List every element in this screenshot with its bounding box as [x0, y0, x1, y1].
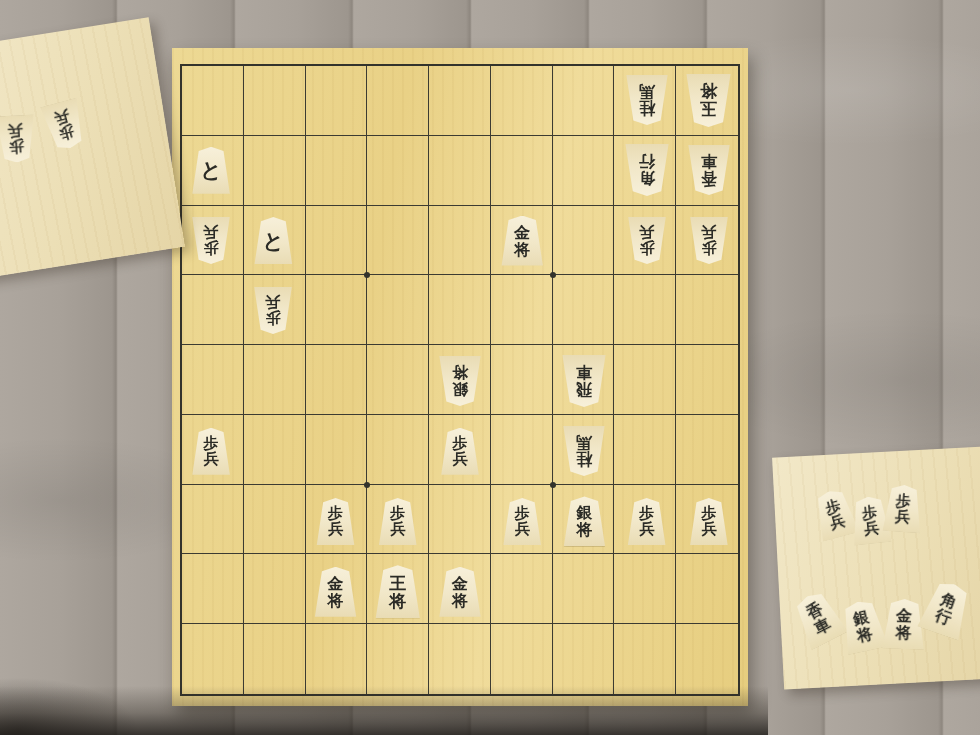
shogi-piece-bishop-inhand[interactable]: 角行 — [916, 577, 976, 641]
piece-kanji: 歩兵 — [204, 435, 219, 467]
star-point — [364, 482, 370, 488]
piece-kanji: 桂馬 — [639, 83, 655, 117]
shogi-piece-pawn-inhand[interactable]: 歩兵 — [0, 115, 37, 164]
piece-kanji: 角行 — [933, 590, 959, 627]
piece-kanji: 金将 — [514, 224, 530, 258]
piece-kanji: 歩兵 — [894, 492, 911, 525]
piece-kanji: 香車 — [804, 600, 834, 638]
square-8h[interactable] — [244, 554, 306, 624]
piece-kanji: 歩兵 — [515, 505, 530, 537]
piece-kanji: 香車 — [701, 153, 717, 187]
piece-kanji: と — [263, 230, 285, 252]
square-8b[interactable] — [244, 136, 306, 206]
square-1d[interactable] — [676, 275, 738, 345]
piece-kanji: 桂馬 — [576, 434, 592, 468]
square-9d[interactable] — [182, 275, 244, 345]
piece-kanji: 王将 — [389, 574, 406, 610]
square-4e[interactable] — [491, 345, 553, 415]
piece-kanji: 歩兵 — [701, 225, 716, 257]
piece-kanji: 歩兵 — [390, 505, 405, 537]
star-point — [550, 272, 556, 278]
square-1i[interactable] — [676, 624, 738, 694]
square-2e[interactable] — [614, 345, 676, 415]
square-1e[interactable] — [676, 345, 738, 415]
square-5d[interactable] — [429, 275, 491, 345]
square-7f[interactable] — [306, 415, 368, 485]
square-4f[interactable] — [491, 415, 553, 485]
square-5b[interactable] — [429, 136, 491, 206]
square-2h[interactable] — [614, 554, 676, 624]
square-7e[interactable] — [306, 345, 368, 415]
piece-kanji: 銀将 — [576, 504, 592, 538]
square-6i[interactable] — [367, 624, 429, 694]
table-edge-shadow — [0, 686, 768, 735]
square-5c[interactable] — [429, 206, 491, 276]
piece-kanji: 歩兵 — [701, 505, 716, 537]
square-7c[interactable] — [306, 206, 368, 276]
piece-kanji: 角行 — [639, 153, 655, 187]
square-6b[interactable] — [367, 136, 429, 206]
piece-kanji: と — [200, 159, 222, 181]
square-9a[interactable] — [182, 66, 244, 136]
piece-kanji: 金将 — [328, 575, 344, 609]
square-8e[interactable] — [244, 345, 306, 415]
piece-kanji: 銀将 — [852, 608, 875, 645]
piece-kanji: 歩兵 — [53, 108, 76, 143]
square-9h[interactable] — [182, 554, 244, 624]
square-6c[interactable] — [367, 206, 429, 276]
piece-kanji: 歩兵 — [204, 225, 219, 257]
piece-kanji: 金将 — [895, 607, 912, 642]
square-4i[interactable] — [491, 624, 553, 694]
shogi-piece-pawn-inhand[interactable]: 歩兵 — [881, 484, 924, 534]
square-7i[interactable] — [306, 624, 368, 694]
table-scene: { "game": "shogi", "scene_note": "overhe… — [0, 0, 980, 735]
shogi-board: 桂馬玉将と角行香車歩兵と金将歩兵歩兵歩兵銀将飛車歩兵歩兵桂馬歩兵歩兵歩兵銀将歩兵… — [172, 48, 748, 706]
square-9e[interactable] — [182, 345, 244, 415]
piece-kanji: 歩兵 — [861, 503, 879, 536]
square-5g[interactable] — [429, 485, 491, 555]
square-3d[interactable] — [553, 275, 615, 345]
square-6d[interactable] — [367, 275, 429, 345]
square-9g[interactable] — [182, 485, 244, 555]
square-8g[interactable] — [244, 485, 306, 555]
square-4h[interactable] — [491, 554, 553, 624]
piece-kanji: 歩兵 — [8, 123, 25, 156]
square-8f[interactable] — [244, 415, 306, 485]
square-2f[interactable] — [614, 415, 676, 485]
square-6a[interactable] — [367, 66, 429, 136]
shogi-piece-lance-inhand[interactable]: 香車 — [788, 586, 850, 651]
shogi-piece-pawn-inhand[interactable]: 歩兵 — [39, 97, 90, 153]
square-1f[interactable] — [676, 415, 738, 485]
square-6f[interactable] — [367, 415, 429, 485]
shogi-piece-pawn-inhand[interactable]: 歩兵 — [810, 486, 861, 542]
square-3c[interactable] — [553, 206, 615, 276]
piece-kanji: 銀将 — [452, 364, 468, 398]
square-9i[interactable] — [182, 624, 244, 694]
square-8a[interactable] — [244, 66, 306, 136]
piece-kanji: 歩兵 — [453, 435, 468, 467]
piece-kanji: 歩兵 — [639, 225, 654, 257]
square-7d[interactable] — [306, 275, 368, 345]
square-4a[interactable] — [491, 66, 553, 136]
square-4d[interactable] — [491, 275, 553, 345]
square-4b[interactable] — [491, 136, 553, 206]
square-2d[interactable] — [614, 275, 676, 345]
square-1h[interactable] — [676, 554, 738, 624]
piece-kanji: 金将 — [452, 575, 468, 609]
piece-kanji: 歩兵 — [328, 505, 343, 537]
square-3b[interactable] — [553, 136, 615, 206]
sente-komadai: 歩兵歩兵歩兵香車銀将金将角行 — [772, 447, 980, 690]
square-5a[interactable] — [429, 66, 491, 136]
square-5i[interactable] — [429, 624, 491, 694]
piece-kanji: 歩兵 — [266, 295, 281, 327]
piece-kanji: 歩兵 — [824, 497, 847, 532]
piece-kanji: 玉将 — [700, 82, 717, 118]
square-3i[interactable] — [553, 624, 615, 694]
square-8i[interactable] — [244, 624, 306, 694]
square-7b[interactable] — [306, 136, 368, 206]
square-6e[interactable] — [367, 345, 429, 415]
square-7a[interactable] — [306, 66, 368, 136]
square-3h[interactable] — [553, 554, 615, 624]
piece-kanji: 歩兵 — [639, 505, 654, 537]
star-point — [364, 272, 370, 278]
star-point — [550, 482, 556, 488]
piece-kanji: 飛車 — [576, 364, 592, 398]
square-2i[interactable] — [614, 624, 676, 694]
square-3a[interactable] — [553, 66, 615, 136]
